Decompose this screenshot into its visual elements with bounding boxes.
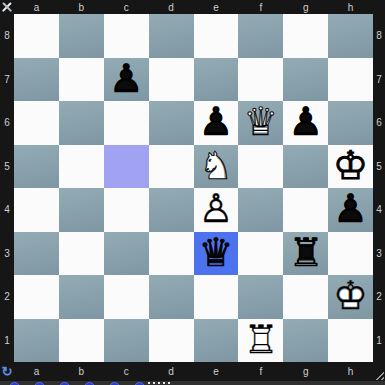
square-f7[interactable]	[238, 58, 283, 102]
square-g5[interactable]	[283, 145, 328, 189]
square-e5[interactable]: ♞♘	[194, 145, 239, 189]
square-e1[interactable]	[194, 319, 239, 363]
square-h5[interactable]: ♚♔	[328, 145, 373, 189]
square-h8[interactable]	[328, 14, 373, 58]
square-f5[interactable]	[238, 145, 283, 189]
rank-label-5: 5	[0, 145, 14, 189]
piece-white-queen: ♛♕	[239, 101, 283, 144]
file-label-b: b	[59, 0, 104, 14]
piece-glyph-outline: ♙	[284, 100, 328, 143]
file-label-c: c	[104, 0, 149, 14]
square-e8[interactable]	[194, 14, 239, 58]
square-a2[interactable]	[14, 275, 59, 319]
file-label-b: b	[59, 362, 104, 381]
resize-grip-icon[interactable]	[374, 370, 384, 380]
square-h2[interactable]: ♚♔	[328, 275, 373, 319]
toolbar-dots	[163, 382, 165, 384]
square-b8[interactable]	[59, 14, 104, 58]
file-label-g: g	[283, 0, 328, 14]
file-label-f: f	[238, 362, 283, 381]
file-label-d: d	[149, 362, 194, 381]
rank-label-5: 5	[373, 145, 385, 189]
square-f8[interactable]	[238, 14, 283, 58]
square-d7[interactable]	[149, 58, 194, 102]
square-b4[interactable]	[59, 188, 104, 232]
square-e4[interactable]: ♟♙	[194, 188, 239, 232]
chess-board: ♟♙♟♙♛♕♟♙♞♘♚♔♟♙♟♙♛♕♜♖♚♔♜♖	[14, 14, 373, 362]
piece-white-rook: ♜♖	[239, 319, 283, 362]
piece-glyph-outline: ♕	[239, 100, 283, 143]
file-label-h: h	[328, 0, 373, 14]
piece-black-rook: ♜♖	[284, 232, 328, 275]
square-g8[interactable]	[283, 14, 328, 58]
square-d5[interactable]	[149, 145, 194, 189]
square-a8[interactable]	[14, 14, 59, 58]
square-c5[interactable]	[104, 145, 149, 189]
rank-labels-right: 87654321	[373, 14, 385, 362]
toolbar-dots	[158, 382, 160, 384]
square-e6[interactable]: ♟♙	[194, 101, 239, 145]
square-b5[interactable]	[59, 145, 104, 189]
square-b2[interactable]	[59, 275, 104, 319]
square-f3[interactable]	[238, 232, 283, 276]
file-label-a: a	[14, 362, 59, 381]
rank-label-2: 2	[373, 275, 385, 319]
square-c1[interactable]	[104, 319, 149, 363]
rotate-board-icon[interactable]: ↻	[0, 363, 14, 380]
square-d6[interactable]	[149, 101, 194, 145]
square-f1[interactable]: ♜♖	[238, 319, 283, 363]
file-labels-bottom: abcdefgh	[14, 362, 373, 381]
square-c4[interactable]	[104, 188, 149, 232]
square-b6[interactable]	[59, 101, 104, 145]
rank-label-8: 8	[0, 14, 14, 58]
piece-glyph-outline: ♙	[194, 187, 238, 230]
rank-label-3: 3	[373, 232, 385, 276]
piece-glyph-outline: ♖	[239, 318, 283, 361]
square-g1[interactable]	[283, 319, 328, 363]
square-g7[interactable]	[283, 58, 328, 102]
bottom-toolbar-partial	[0, 381, 385, 385]
square-d1[interactable]	[149, 319, 194, 363]
toolbar-dots	[148, 382, 150, 384]
toolbar-dots	[153, 382, 155, 384]
square-f6[interactable]: ♛♕	[238, 101, 283, 145]
piece-white-pawn: ♟♙	[194, 188, 238, 231]
piece-glyph-outline: ♙	[194, 100, 238, 143]
rank-label-7: 7	[373, 58, 385, 102]
square-c7[interactable]: ♟♙	[104, 58, 149, 102]
square-c8[interactable]	[104, 14, 149, 58]
file-label-c: c	[104, 362, 149, 381]
rank-label-8: 8	[373, 14, 385, 58]
square-b3[interactable]	[59, 232, 104, 276]
rank-label-6: 6	[0, 101, 14, 145]
rank-label-3: 3	[0, 232, 14, 276]
square-e3[interactable]: ♛♕	[194, 232, 239, 276]
square-e7[interactable]	[194, 58, 239, 102]
square-a7[interactable]	[14, 58, 59, 102]
square-d8[interactable]	[149, 14, 194, 58]
piece-black-pawn: ♟♙	[284, 101, 328, 144]
toolbar-dots	[168, 382, 170, 384]
square-c3[interactable]	[104, 232, 149, 276]
piece-black-pawn: ♟♙	[194, 101, 238, 144]
file-labels-top: abcdefgh	[14, 0, 373, 14]
square-f4[interactable]	[238, 188, 283, 232]
square-h7[interactable]	[328, 58, 373, 102]
piece-glyph-outline: ♔	[329, 274, 373, 317]
file-label-d: d	[149, 0, 194, 14]
rank-label-6: 6	[373, 101, 385, 145]
square-h6[interactable]	[328, 101, 373, 145]
piece-white-knight: ♞♘	[194, 145, 238, 188]
rank-labels-left: 87654321	[0, 14, 14, 362]
piece-glyph-outline: ♘	[194, 144, 238, 187]
chess-app-window: abcdefgh 87654321 87654321 ♟♙♟♙♛♕♟♙♞♘♚♔♟…	[0, 0, 385, 385]
square-h3[interactable]	[328, 232, 373, 276]
square-d2[interactable]	[149, 275, 194, 319]
rank-label-1: 1	[0, 319, 14, 363]
piece-glyph-outline: ♙	[329, 187, 373, 230]
file-label-a: a	[14, 0, 59, 14]
piece-white-king: ♚♔	[329, 275, 373, 318]
square-d3[interactable]	[149, 232, 194, 276]
rank-label-1: 1	[373, 319, 385, 363]
square-g2[interactable]	[283, 275, 328, 319]
square-a1[interactable]	[14, 319, 59, 363]
file-label-h: h	[328, 362, 373, 381]
square-g3[interactable]: ♜♖	[283, 232, 328, 276]
square-d4[interactable]	[149, 188, 194, 232]
square-b1[interactable]	[59, 319, 104, 363]
piece-glyph-outline: ♕	[194, 231, 238, 274]
piece-glyph-outline: ♖	[284, 231, 328, 274]
rank-label-4: 4	[0, 188, 14, 232]
piece-glyph-outline: ♔	[329, 144, 373, 187]
square-b7[interactable]	[59, 58, 104, 102]
square-a3[interactable]	[14, 232, 59, 276]
square-g6[interactable]: ♟♙	[283, 101, 328, 145]
square-c2[interactable]	[104, 275, 149, 319]
file-label-e: e	[194, 362, 239, 381]
piece-black-pawn: ♟♙	[329, 188, 373, 231]
file-label-g: g	[283, 362, 328, 381]
square-g4[interactable]	[283, 188, 328, 232]
square-a5[interactable]	[14, 145, 59, 189]
rank-label-7: 7	[0, 58, 14, 102]
piece-glyph-outline: ♙	[104, 57, 148, 100]
piece-black-king: ♚♔	[329, 145, 373, 188]
piece-black-pawn: ♟♙	[104, 58, 148, 101]
rank-label-2: 2	[0, 275, 14, 319]
square-a4[interactable]	[14, 188, 59, 232]
square-h4[interactable]: ♟♙	[328, 188, 373, 232]
file-label-f: f	[238, 0, 283, 14]
rank-label-4: 4	[373, 188, 385, 232]
square-c6[interactable]	[104, 101, 149, 145]
square-e2[interactable]	[194, 275, 239, 319]
square-f2[interactable]	[238, 275, 283, 319]
settings-tools-icon[interactable]	[1, 1, 13, 13]
square-h1[interactable]	[328, 319, 373, 363]
file-label-e: e	[194, 0, 239, 14]
piece-black-queen: ♛♕	[194, 232, 238, 275]
square-a6[interactable]	[14, 101, 59, 145]
